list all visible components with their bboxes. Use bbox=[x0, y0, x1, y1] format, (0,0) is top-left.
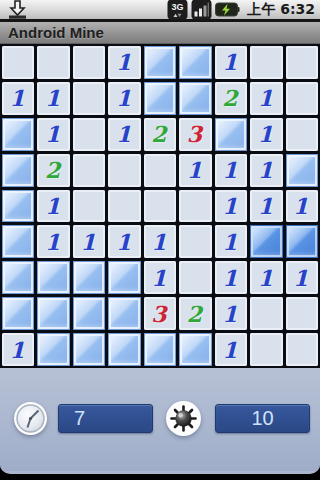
cell-r7c5[interactable]: 1 bbox=[144, 261, 176, 294]
cell-number: 3 bbox=[151, 303, 168, 325]
cell-r1c5[interactable] bbox=[144, 46, 176, 79]
cell-r3c3[interactable] bbox=[73, 118, 105, 151]
cell-number: 1 bbox=[10, 339, 27, 361]
cell-r5c5[interactable] bbox=[144, 190, 176, 223]
cell-r1c8[interactable] bbox=[250, 46, 282, 79]
cell-r5c1[interactable] bbox=[2, 190, 34, 223]
cell-r5c4[interactable] bbox=[108, 190, 140, 223]
cell-number: 1 bbox=[258, 87, 275, 109]
cell-r6c9[interactable] bbox=[286, 225, 318, 258]
cell-r1c1[interactable] bbox=[2, 46, 34, 79]
cell-r8c5[interactable]: 3 bbox=[144, 297, 176, 330]
cell-number: 1 bbox=[116, 87, 133, 109]
cell-r3c9[interactable] bbox=[286, 118, 318, 151]
mine-counter: 10 bbox=[215, 404, 310, 433]
download-icon bbox=[6, 0, 30, 19]
cell-r1c6[interactable] bbox=[179, 46, 211, 79]
cell-r9c9[interactable] bbox=[286, 333, 318, 366]
cell-r7c6[interactable] bbox=[179, 261, 211, 294]
cell-r3c2[interactable]: 1 bbox=[37, 118, 69, 151]
cell-r1c4[interactable]: 1 bbox=[108, 46, 140, 79]
cell-r8c8[interactable] bbox=[250, 297, 282, 330]
cell-number: 1 bbox=[116, 51, 133, 73]
cell-r5c8[interactable]: 1 bbox=[250, 190, 282, 223]
cell-r4c6[interactable]: 1 bbox=[179, 154, 211, 187]
cell-r3c7[interactable] bbox=[215, 118, 247, 151]
cell-number: 1 bbox=[45, 195, 62, 217]
cell-r8c3[interactable] bbox=[73, 297, 105, 330]
app-panel: 3G 上午 6:32 Android Mine 1111121112312111… bbox=[0, 0, 320, 474]
cell-number: 2 bbox=[151, 123, 168, 145]
cell-number: 1 bbox=[222, 51, 239, 73]
cell-r6c8[interactable] bbox=[250, 225, 282, 258]
cell-r5c2[interactable]: 1 bbox=[37, 190, 69, 223]
cell-r2c4[interactable]: 1 bbox=[108, 82, 140, 115]
board: 1111121112312111111111111111132111 bbox=[0, 44, 320, 368]
timer-counter: 7 bbox=[58, 404, 153, 433]
cell-r9c5[interactable] bbox=[144, 333, 176, 366]
cell-r5c9[interactable]: 1 bbox=[286, 190, 318, 223]
cell-r4c2[interactable]: 2 bbox=[37, 154, 69, 187]
svg-text:3G: 3G bbox=[172, 2, 184, 12]
cell-number: 1 bbox=[258, 159, 275, 181]
cell-number: 1 bbox=[116, 123, 133, 145]
phone-screen: 3G 上午 6:32 Android Mine 1111121112312111… bbox=[0, 0, 320, 480]
cell-r7c2[interactable] bbox=[37, 261, 69, 294]
cell-r8c2[interactable] bbox=[37, 297, 69, 330]
cell-r8c4[interactable] bbox=[108, 297, 140, 330]
cell-number: 1 bbox=[10, 87, 27, 109]
cell-number: 1 bbox=[151, 267, 168, 289]
cell-number: 1 bbox=[151, 231, 168, 253]
cell-r1c3[interactable] bbox=[73, 46, 105, 79]
cell-number: 2 bbox=[187, 303, 204, 325]
cell-number: 1 bbox=[45, 123, 62, 145]
cell-r3c8[interactable]: 1 bbox=[250, 118, 282, 151]
cell-r8c1[interactable] bbox=[2, 297, 34, 330]
cell-r3c4[interactable]: 1 bbox=[108, 118, 140, 151]
cell-number: 1 bbox=[258, 267, 275, 289]
cell-r3c1[interactable] bbox=[2, 118, 34, 151]
cell-number: 1 bbox=[222, 267, 239, 289]
cell-r6c1[interactable] bbox=[2, 225, 34, 258]
cell-r6c5[interactable]: 1 bbox=[144, 225, 176, 258]
cell-r7c1[interactable] bbox=[2, 261, 34, 294]
cell-r5c3[interactable] bbox=[73, 190, 105, 223]
cell-number: 2 bbox=[45, 159, 62, 181]
cell-r2c1[interactable]: 1 bbox=[2, 82, 34, 115]
cell-number: 1 bbox=[293, 267, 310, 289]
cell-r2c2[interactable]: 1 bbox=[37, 82, 69, 115]
cell-r4c8[interactable]: 1 bbox=[250, 154, 282, 187]
cell-r9c1[interactable]: 1 bbox=[2, 333, 34, 366]
cell-r9c4[interactable] bbox=[108, 333, 140, 366]
cell-r8c7[interactable]: 1 bbox=[215, 297, 247, 330]
footer: 7 10 bbox=[0, 368, 320, 471]
cell-r1c2[interactable] bbox=[37, 46, 69, 79]
cell-number: 3 bbox=[187, 123, 204, 145]
cell-r7c4[interactable] bbox=[108, 261, 140, 294]
cell-r9c2[interactable] bbox=[37, 333, 69, 366]
cell-number: 1 bbox=[45, 87, 62, 109]
cell-r5c6[interactable] bbox=[179, 190, 211, 223]
hud-row: 7 10 bbox=[0, 368, 320, 437]
cell-r3c5[interactable]: 2 bbox=[144, 118, 176, 151]
cell-r3c6[interactable]: 3 bbox=[179, 118, 211, 151]
cell-number: 1 bbox=[222, 231, 239, 253]
title-bar: Android Mine bbox=[0, 22, 320, 44]
cell-r9c8[interactable] bbox=[250, 333, 282, 366]
cell-r5c7[interactable]: 1 bbox=[215, 190, 247, 223]
cell-r1c7[interactable]: 1 bbox=[215, 46, 247, 79]
status-bar[interactable]: 3G 上午 6:32 bbox=[0, 0, 320, 22]
mine-icon bbox=[165, 400, 202, 437]
cell-number: 2 bbox=[222, 87, 239, 109]
3g-icon: 3G bbox=[167, 0, 188, 20]
cell-r4c9[interactable] bbox=[286, 154, 318, 187]
cell-r9c3[interactable] bbox=[73, 333, 105, 366]
cell-r8c6[interactable]: 2 bbox=[179, 297, 211, 330]
cell-r4c5[interactable] bbox=[144, 154, 176, 187]
cell-r6c3[interactable]: 1 bbox=[73, 225, 105, 258]
cell-r7c8[interactable]: 1 bbox=[250, 261, 282, 294]
cell-r8c9[interactable] bbox=[286, 297, 318, 330]
cell-r4c7[interactable]: 1 bbox=[215, 154, 247, 187]
timer-clock-icon bbox=[13, 401, 48, 436]
cell-number: 1 bbox=[293, 195, 310, 217]
signal-icon bbox=[191, 0, 212, 20]
cell-r2c6[interactable] bbox=[179, 82, 211, 115]
cell-r9c7[interactable]: 1 bbox=[215, 333, 247, 366]
cell-r2c8[interactable]: 1 bbox=[250, 82, 282, 115]
cell-r2c5[interactable] bbox=[144, 82, 176, 115]
status-time: 上午 6:32 bbox=[247, 1, 315, 19]
cell-number: 1 bbox=[222, 195, 239, 217]
cell-r1c9[interactable] bbox=[286, 46, 318, 79]
cell-number: 1 bbox=[116, 231, 133, 253]
cell-r7c7[interactable]: 1 bbox=[215, 261, 247, 294]
cell-r6c2[interactable]: 1 bbox=[37, 225, 69, 258]
battery-icon bbox=[215, 1, 240, 18]
cell-number: 1 bbox=[187, 159, 204, 181]
cell-r7c9[interactable]: 1 bbox=[286, 261, 318, 294]
cell-r9c6[interactable] bbox=[179, 333, 211, 366]
cell-number: 1 bbox=[80, 231, 97, 253]
cell-r2c7[interactable]: 2 bbox=[215, 82, 247, 115]
cell-r2c3[interactable] bbox=[73, 82, 105, 115]
cell-number: 1 bbox=[222, 339, 239, 361]
cell-r6c7[interactable]: 1 bbox=[215, 225, 247, 258]
cell-r6c4[interactable]: 1 bbox=[108, 225, 140, 258]
cell-r4c4[interactable] bbox=[108, 154, 140, 187]
cell-number: 1 bbox=[258, 195, 275, 217]
cell-r4c1[interactable] bbox=[2, 154, 34, 187]
cell-number: 1 bbox=[258, 123, 275, 145]
app-title: Android Mine bbox=[8, 24, 104, 41]
cell-r4c3[interactable] bbox=[73, 154, 105, 187]
cell-number: 1 bbox=[222, 303, 239, 325]
cell-r7c3[interactable] bbox=[73, 261, 105, 294]
cell-number: 1 bbox=[222, 159, 239, 181]
cell-number: 1 bbox=[45, 231, 62, 253]
cell-r6c6[interactable] bbox=[179, 225, 211, 258]
cell-r2c9[interactable] bbox=[286, 82, 318, 115]
